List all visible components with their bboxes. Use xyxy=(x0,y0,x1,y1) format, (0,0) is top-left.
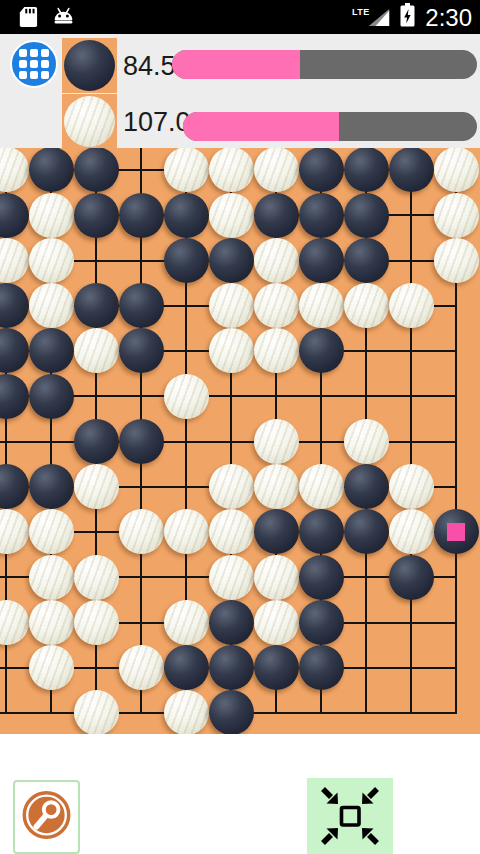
magnifier-zoom-button[interactable] xyxy=(13,780,80,854)
black-stone xyxy=(164,645,209,690)
board-surface[interactable] xyxy=(0,148,480,734)
white-stone xyxy=(389,283,434,328)
board-point xyxy=(74,238,119,283)
white-stone xyxy=(389,464,434,509)
white-score-fill xyxy=(183,112,339,141)
black-stone xyxy=(0,374,29,419)
white-stone xyxy=(299,283,344,328)
black-stone xyxy=(29,464,74,509)
board-point xyxy=(299,148,344,193)
black-stone xyxy=(299,148,344,192)
board-point xyxy=(254,419,299,464)
board-point xyxy=(164,283,209,328)
white-stone xyxy=(209,283,254,328)
black-player-stone-icon xyxy=(62,38,117,93)
board-point xyxy=(164,555,209,600)
board-point xyxy=(0,690,29,734)
board-point xyxy=(119,690,164,734)
black-stone xyxy=(254,645,299,690)
board-point xyxy=(254,464,299,509)
board-point xyxy=(389,328,434,373)
board-point xyxy=(74,148,119,193)
black-score-fill xyxy=(172,50,300,79)
board-point xyxy=(209,328,254,373)
board-point xyxy=(119,374,164,419)
black-stone xyxy=(119,193,164,238)
white-stone xyxy=(434,193,479,238)
white-stone xyxy=(209,464,254,509)
app-screen: LTE 2:30 84.5 107.0 xyxy=(0,0,480,854)
board-point xyxy=(29,509,74,554)
white-score: 107.0 xyxy=(123,107,181,138)
white-stone xyxy=(74,328,119,373)
board-point xyxy=(29,238,74,283)
black-stone xyxy=(344,464,389,509)
black-stone xyxy=(299,555,344,600)
black-stone xyxy=(344,148,389,192)
black-stone xyxy=(299,509,344,554)
android-robot-icon xyxy=(52,5,75,28)
status-bar: LTE 2:30 xyxy=(0,0,480,34)
black-stone xyxy=(0,328,29,373)
apps-grid-button[interactable] xyxy=(10,40,58,88)
board-point xyxy=(434,690,479,734)
board-point xyxy=(254,148,299,193)
board-point xyxy=(299,328,344,373)
black-stone xyxy=(119,328,164,373)
board-point xyxy=(254,193,299,238)
white-stone xyxy=(254,328,299,373)
white-stone xyxy=(254,238,299,283)
white-stone xyxy=(164,374,209,419)
fit-board-button[interactable] xyxy=(307,778,393,854)
board-point xyxy=(389,374,434,419)
board-point xyxy=(344,148,389,193)
black-stone xyxy=(344,193,389,238)
white-stone xyxy=(164,148,209,192)
board-point xyxy=(434,238,479,283)
board-point xyxy=(0,600,29,645)
white-stone xyxy=(164,690,209,734)
white-stone xyxy=(344,419,389,464)
board-point xyxy=(389,690,434,734)
white-stone xyxy=(209,328,254,373)
board-point xyxy=(0,464,29,509)
board-point xyxy=(119,283,164,328)
board-point xyxy=(29,690,74,734)
board-point xyxy=(344,328,389,373)
clock-time: 2:30 xyxy=(425,4,472,32)
white-stone xyxy=(254,555,299,600)
black-stone xyxy=(254,193,299,238)
white-stone xyxy=(254,464,299,509)
white-stone xyxy=(29,193,74,238)
board-point xyxy=(119,555,164,600)
white-stone xyxy=(74,690,119,734)
board-point xyxy=(434,374,479,419)
board-point xyxy=(29,283,74,328)
board-point xyxy=(344,600,389,645)
board-point xyxy=(299,238,344,283)
white-stone xyxy=(119,509,164,554)
board-point xyxy=(0,419,29,464)
grid-icon xyxy=(19,49,49,79)
white-stone xyxy=(0,600,29,645)
white-stone xyxy=(254,600,299,645)
board-point xyxy=(389,600,434,645)
black-stone xyxy=(344,509,389,554)
board-point xyxy=(389,419,434,464)
black-stone xyxy=(29,328,74,373)
board-point xyxy=(389,238,434,283)
white-stone xyxy=(344,283,389,328)
board-point xyxy=(29,645,74,690)
board-point xyxy=(299,374,344,419)
black-stone xyxy=(254,509,299,554)
board-point xyxy=(74,555,119,600)
board-point xyxy=(434,464,479,509)
board-point xyxy=(344,238,389,283)
board-point xyxy=(389,193,434,238)
black-stone xyxy=(344,238,389,283)
black-stone xyxy=(74,193,119,238)
white-stone xyxy=(29,509,74,554)
white-stone xyxy=(209,555,254,600)
battery-charging-icon xyxy=(400,3,415,27)
board-point xyxy=(254,645,299,690)
white-stone xyxy=(434,238,479,283)
board-point xyxy=(29,193,74,238)
board-point xyxy=(209,193,254,238)
board-point xyxy=(299,555,344,600)
black-stone xyxy=(74,283,119,328)
board-point xyxy=(389,555,434,600)
board-point xyxy=(119,328,164,373)
board-point xyxy=(164,690,209,734)
white-stone xyxy=(164,509,209,554)
board-point xyxy=(344,464,389,509)
board-point xyxy=(254,600,299,645)
board-point xyxy=(434,645,479,690)
board-point xyxy=(74,509,119,554)
black-stone xyxy=(119,283,164,328)
white-stone xyxy=(0,509,29,554)
white-stone xyxy=(164,600,209,645)
white-stone xyxy=(74,600,119,645)
black-stone xyxy=(164,193,209,238)
white-stone xyxy=(434,148,479,192)
board-point xyxy=(29,419,74,464)
board-point xyxy=(209,419,254,464)
black-stone xyxy=(164,238,209,283)
board-point xyxy=(29,148,74,193)
board-point xyxy=(299,464,344,509)
white-stone xyxy=(209,193,254,238)
board-point xyxy=(0,555,29,600)
white-stone xyxy=(29,555,74,600)
white-stone xyxy=(74,464,119,509)
board-point xyxy=(74,283,119,328)
white-stone xyxy=(254,148,299,192)
board-point xyxy=(344,555,389,600)
collapse-arrows-icon xyxy=(320,786,380,846)
white-stone xyxy=(74,555,119,600)
board-point xyxy=(164,374,209,419)
dead-stone-marker xyxy=(447,523,465,541)
board-point xyxy=(434,283,479,328)
black-stone xyxy=(209,600,254,645)
board-point xyxy=(389,509,434,554)
board-point xyxy=(74,464,119,509)
black-stone xyxy=(0,464,29,509)
board-point xyxy=(29,600,74,645)
board-point xyxy=(0,509,29,554)
board-point xyxy=(344,283,389,328)
black-stone xyxy=(74,419,119,464)
board-point xyxy=(434,148,479,193)
board-point xyxy=(74,419,119,464)
board-point xyxy=(0,283,29,328)
board-point xyxy=(209,464,254,509)
white-stone xyxy=(29,600,74,645)
white-score-bar xyxy=(183,112,477,141)
signal-triangle-icon xyxy=(368,9,390,26)
board-point xyxy=(299,509,344,554)
board-point xyxy=(344,374,389,419)
board-point xyxy=(254,690,299,734)
white-stone xyxy=(29,283,74,328)
black-stone xyxy=(0,193,29,238)
white-stone xyxy=(254,283,299,328)
board-point xyxy=(434,419,479,464)
board-point xyxy=(209,600,254,645)
board-point xyxy=(164,600,209,645)
white-stone xyxy=(119,645,164,690)
board-point xyxy=(164,645,209,690)
white-stone xyxy=(209,148,254,192)
board-point xyxy=(299,419,344,464)
sdcard-icon xyxy=(18,6,38,28)
board-point xyxy=(0,374,29,419)
board-point xyxy=(119,600,164,645)
board-point xyxy=(389,283,434,328)
white-stone xyxy=(29,238,74,283)
board-point xyxy=(434,328,479,373)
bottom-toolbar xyxy=(0,734,480,854)
board-point xyxy=(119,193,164,238)
board-point xyxy=(254,374,299,419)
black-score-bar xyxy=(172,50,477,79)
board-point xyxy=(164,328,209,373)
black-stone xyxy=(299,193,344,238)
board-point xyxy=(344,509,389,554)
black-stone xyxy=(299,238,344,283)
board-point xyxy=(0,645,29,690)
board-point xyxy=(164,464,209,509)
score-header: 84.5 107.0 xyxy=(0,34,480,148)
white-stone xyxy=(0,238,29,283)
board-point xyxy=(254,555,299,600)
black-stone xyxy=(74,148,119,192)
board-point xyxy=(119,464,164,509)
board-point xyxy=(254,283,299,328)
board-point xyxy=(164,509,209,554)
board-point xyxy=(119,645,164,690)
board-point xyxy=(389,148,434,193)
board-point xyxy=(74,193,119,238)
board-point xyxy=(299,600,344,645)
board-point xyxy=(254,238,299,283)
board-point xyxy=(299,645,344,690)
white-player-stone-icon xyxy=(62,94,117,148)
board-point xyxy=(119,419,164,464)
black-stone xyxy=(29,148,74,192)
black-stone xyxy=(389,148,434,192)
board-point xyxy=(119,509,164,554)
board-point xyxy=(29,328,74,373)
board-grid xyxy=(0,148,479,734)
board-point xyxy=(29,374,74,419)
board-point xyxy=(389,464,434,509)
white-stone xyxy=(299,464,344,509)
board-point xyxy=(119,238,164,283)
board-point xyxy=(209,555,254,600)
board-point xyxy=(389,645,434,690)
board-point xyxy=(344,645,389,690)
board-point xyxy=(209,509,254,554)
black-stone xyxy=(29,374,74,419)
board-point xyxy=(434,600,479,645)
board-point xyxy=(29,464,74,509)
board-point xyxy=(164,193,209,238)
board-point xyxy=(209,238,254,283)
board-point xyxy=(344,419,389,464)
board-point xyxy=(164,419,209,464)
board-point xyxy=(344,690,389,734)
white-stone xyxy=(29,645,74,690)
black-stone xyxy=(119,419,164,464)
board-point xyxy=(299,690,344,734)
board-point xyxy=(74,600,119,645)
board-point xyxy=(209,148,254,193)
black-stone xyxy=(299,645,344,690)
board-point xyxy=(0,328,29,373)
board-point xyxy=(209,283,254,328)
black-stone xyxy=(299,600,344,645)
magnifier-icon xyxy=(21,784,72,846)
white-stone xyxy=(254,419,299,464)
board-point xyxy=(254,509,299,554)
white-stone xyxy=(0,148,29,192)
white-stone xyxy=(209,509,254,554)
board-point xyxy=(74,328,119,373)
board-point xyxy=(299,283,344,328)
board-point xyxy=(164,238,209,283)
black-stone xyxy=(389,555,434,600)
board-point xyxy=(209,374,254,419)
board-point xyxy=(299,193,344,238)
board-point xyxy=(0,148,29,193)
board-point xyxy=(164,148,209,193)
board-point xyxy=(74,690,119,734)
board-point xyxy=(0,238,29,283)
board-point xyxy=(29,555,74,600)
board-point xyxy=(209,690,254,734)
board-point xyxy=(344,193,389,238)
board-point xyxy=(434,193,479,238)
board-point xyxy=(74,645,119,690)
board-point xyxy=(434,555,479,600)
black-stone xyxy=(0,283,29,328)
black-stone xyxy=(209,645,254,690)
black-stone xyxy=(209,238,254,283)
black-stone xyxy=(209,690,254,734)
board-point xyxy=(209,645,254,690)
board-point xyxy=(254,328,299,373)
board-point xyxy=(74,374,119,419)
white-stone xyxy=(389,509,434,554)
board-point xyxy=(119,148,164,193)
black-stone xyxy=(299,328,344,373)
board-point xyxy=(0,193,29,238)
